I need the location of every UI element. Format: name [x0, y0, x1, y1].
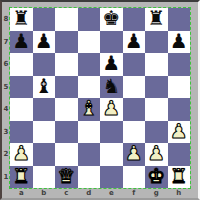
square-c8[interactable] — [55, 8, 78, 31]
piece-white-pawn-h3[interactable]: ♟ — [170, 121, 188, 141]
square-f6[interactable] — [123, 53, 146, 76]
piece-black-king-e8[interactable]: ♚ — [102, 8, 120, 28]
square-a3[interactable] — [10, 121, 33, 144]
square-h8[interactable] — [168, 8, 191, 31]
file-label-a: a — [10, 188, 33, 198]
piece-black-rook-g8[interactable]: ♜ — [147, 8, 165, 28]
square-e7[interactable] — [100, 31, 123, 54]
square-f2[interactable]: ♟ — [123, 143, 146, 166]
square-a2[interactable]: ♟ — [10, 143, 33, 166]
square-c1[interactable]: ♛ — [55, 166, 78, 189]
rank-label-6: 6 — [2, 53, 10, 76]
square-h5[interactable] — [168, 76, 191, 99]
rank-label-3: 3 — [2, 121, 10, 144]
file-label-d: d — [78, 188, 101, 198]
file-label-f: f — [123, 188, 146, 198]
board-frame: 87654321 ♜♚♜♟♟♟♟♟♝♞♝♟♟♟♟♟♜♛♚♜ abcdefgh — [0, 0, 200, 200]
square-h7[interactable]: ♟ — [168, 31, 191, 54]
piece-black-pawn-h7[interactable]: ♟ — [170, 31, 188, 51]
square-g4[interactable] — [145, 98, 168, 121]
square-h4[interactable] — [168, 98, 191, 121]
rank-label-5: 5 — [2, 76, 10, 99]
piece-white-pawn-f2[interactable]: ♟ — [125, 143, 143, 163]
square-d8[interactable] — [78, 8, 101, 31]
square-e8[interactable]: ♚ — [100, 8, 123, 31]
rank-labels: 87654321 — [2, 8, 10, 188]
square-c5[interactable] — [55, 76, 78, 99]
piece-black-knight-e5[interactable]: ♞ — [102, 76, 120, 96]
square-e2[interactable] — [100, 143, 123, 166]
square-g1[interactable]: ♚ — [145, 166, 168, 189]
square-d5[interactable] — [78, 76, 101, 99]
square-c3[interactable] — [55, 121, 78, 144]
square-h2[interactable] — [168, 143, 191, 166]
file-label-h: h — [168, 188, 191, 198]
square-b6[interactable] — [33, 53, 56, 76]
square-b8[interactable] — [33, 8, 56, 31]
rank-label-4: 4 — [2, 98, 10, 121]
piece-white-pawn-e4[interactable]: ♟ — [102, 98, 120, 118]
piece-white-king-g1[interactable]: ♚ — [147, 166, 165, 186]
square-d3[interactable] — [78, 121, 101, 144]
piece-black-pawn-f7[interactable]: ♟ — [125, 31, 143, 51]
piece-white-pawn-g2[interactable]: ♟ — [147, 143, 165, 163]
file-label-e: e — [100, 188, 123, 198]
piece-black-pawn-e6[interactable]: ♟ — [102, 53, 120, 73]
square-g2[interactable]: ♟ — [145, 143, 168, 166]
square-a5[interactable] — [10, 76, 33, 99]
square-b5[interactable]: ♝ — [33, 76, 56, 99]
square-b2[interactable] — [33, 143, 56, 166]
square-f7[interactable]: ♟ — [123, 31, 146, 54]
square-f1[interactable] — [123, 166, 146, 189]
square-a6[interactable] — [10, 53, 33, 76]
square-g5[interactable] — [145, 76, 168, 99]
square-b3[interactable] — [33, 121, 56, 144]
square-a4[interactable] — [10, 98, 33, 121]
square-f8[interactable] — [123, 8, 146, 31]
chess-board: ♜♚♜♟♟♟♟♟♝♞♝♟♟♟♟♟♜♛♚♜ — [10, 8, 190, 188]
square-b7[interactable]: ♟ — [33, 31, 56, 54]
piece-white-bishop-d4[interactable]: ♝ — [80, 98, 98, 118]
file-label-b: b — [33, 188, 56, 198]
piece-white-rook-a1[interactable]: ♜ — [12, 166, 30, 186]
square-c7[interactable] — [55, 31, 78, 54]
square-e4[interactable]: ♟ — [100, 98, 123, 121]
square-f5[interactable] — [123, 76, 146, 99]
square-h3[interactable]: ♟ — [168, 121, 191, 144]
piece-black-pawn-b7[interactable]: ♟ — [35, 31, 53, 51]
square-c4[interactable] — [55, 98, 78, 121]
square-d7[interactable] — [78, 31, 101, 54]
square-c6[interactable] — [55, 53, 78, 76]
piece-black-rook-a8[interactable]: ♜ — [12, 8, 30, 28]
file-label-c: c — [55, 188, 78, 198]
square-e6[interactable]: ♟ — [100, 53, 123, 76]
piece-white-pawn-a2[interactable]: ♟ — [12, 143, 30, 163]
square-a8[interactable]: ♜ — [10, 8, 33, 31]
square-a1[interactable]: ♜ — [10, 166, 33, 189]
square-e5[interactable]: ♞ — [100, 76, 123, 99]
rank-label-8: 8 — [2, 8, 10, 31]
square-g7[interactable] — [145, 31, 168, 54]
rank-label-1: 1 — [2, 166, 10, 189]
piece-white-queen-c1[interactable]: ♛ — [57, 166, 75, 186]
piece-black-bishop-b5[interactable]: ♝ — [35, 76, 53, 96]
square-h6[interactable] — [168, 53, 191, 76]
square-g3[interactable] — [145, 121, 168, 144]
square-d2[interactable] — [78, 143, 101, 166]
square-a7[interactable]: ♟ — [10, 31, 33, 54]
square-c2[interactable] — [55, 143, 78, 166]
square-d6[interactable] — [78, 53, 101, 76]
square-g6[interactable] — [145, 53, 168, 76]
rank-label-7: 7 — [2, 31, 10, 54]
square-h1[interactable]: ♜ — [168, 166, 191, 189]
square-b1[interactable] — [33, 166, 56, 189]
square-f3[interactable] — [123, 121, 146, 144]
square-d1[interactable] — [78, 166, 101, 189]
square-e1[interactable] — [100, 166, 123, 189]
file-label-g: g — [145, 188, 168, 198]
square-f4[interactable] — [123, 98, 146, 121]
square-e3[interactable] — [100, 121, 123, 144]
square-g8[interactable]: ♜ — [145, 8, 168, 31]
file-labels: abcdefgh — [10, 188, 190, 198]
piece-white-rook-h1[interactable]: ♜ — [170, 166, 188, 186]
piece-black-pawn-a7[interactable]: ♟ — [12, 31, 30, 51]
square-b4[interactable] — [33, 98, 56, 121]
rank-label-2: 2 — [2, 143, 10, 166]
square-d4[interactable]: ♝ — [78, 98, 101, 121]
